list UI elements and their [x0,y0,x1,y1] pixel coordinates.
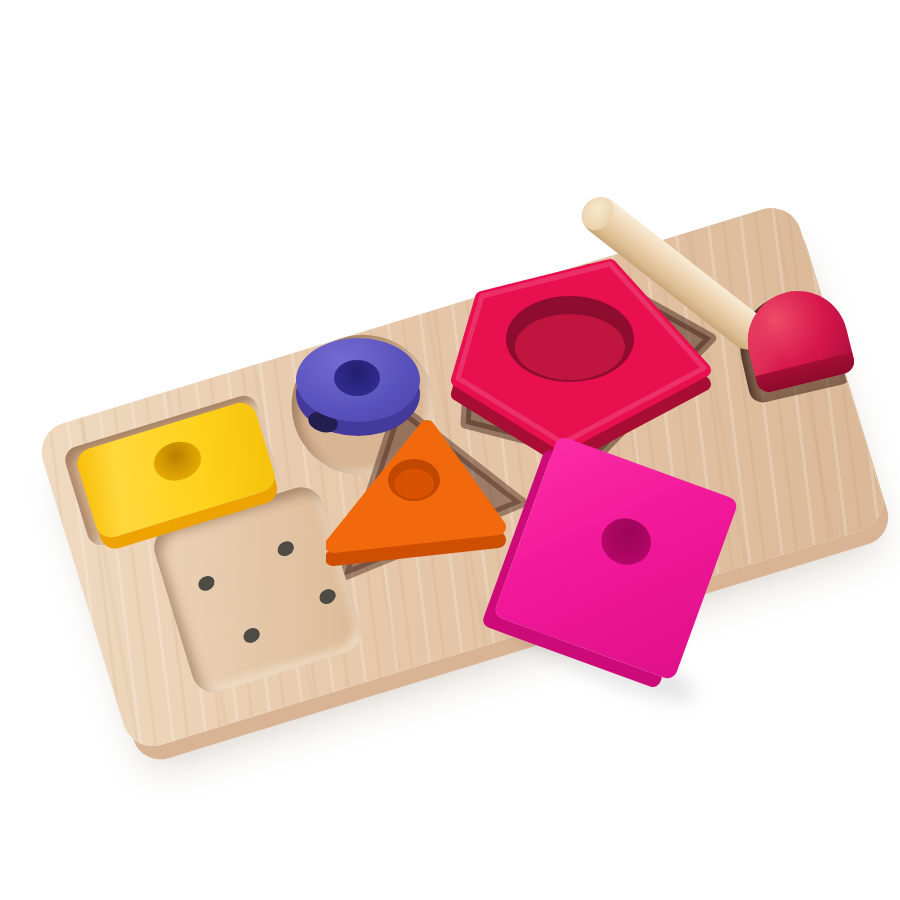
peg-hole [241,625,263,646]
square-hole [595,511,658,571]
semicircle-dome [737,280,857,394]
piece-orange-triangle[interactable] [326,418,516,568]
rectangle-hole [149,436,206,486]
peg-hole [317,586,339,607]
dowel-tip [576,191,620,237]
disc-hole [334,360,380,396]
product-photo [0,0,900,900]
piece-red-semicircle[interactable] [744,288,854,398]
peg-hole [275,538,297,559]
peg-hole [196,573,218,594]
triangle-shape [326,418,516,568]
